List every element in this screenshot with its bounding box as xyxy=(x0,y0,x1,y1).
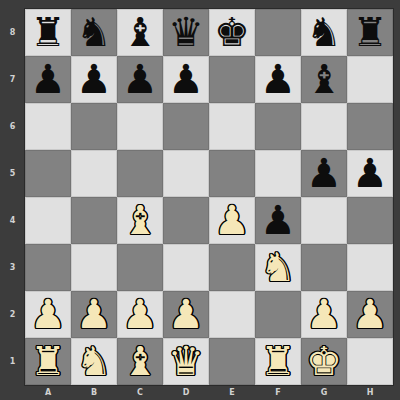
square-g5[interactable]: ♟ xyxy=(301,150,347,197)
square-d4[interactable] xyxy=(163,197,209,244)
white-pawn[interactable]: ♟ xyxy=(168,294,204,334)
square-e5[interactable] xyxy=(209,150,255,197)
black-pawn[interactable]: ♟ xyxy=(260,200,296,240)
square-a3[interactable] xyxy=(25,244,71,291)
square-f4[interactable]: ♟ xyxy=(255,197,301,244)
square-h4[interactable] xyxy=(347,197,393,244)
square-c2[interactable]: ♟ xyxy=(117,291,163,338)
square-g8[interactable]: ♞ xyxy=(301,9,347,56)
black-pawn[interactable]: ♟ xyxy=(76,59,112,99)
square-b2[interactable]: ♟ xyxy=(71,291,117,338)
black-pawn[interactable]: ♟ xyxy=(30,59,66,99)
rank-label-3: 3 xyxy=(0,244,25,291)
square-e3[interactable] xyxy=(209,244,255,291)
file-label-d: D xyxy=(163,385,209,400)
white-knight[interactable]: ♞ xyxy=(76,341,112,381)
black-king[interactable]: ♚ xyxy=(214,12,250,52)
rank-label-4: 4 xyxy=(0,197,25,244)
file-labels: ABCDEFGH xyxy=(25,385,393,400)
black-queen[interactable]: ♛ xyxy=(168,12,204,52)
rank-labels: 87654321 xyxy=(0,9,25,385)
square-g1[interactable]: ♚ xyxy=(301,338,347,385)
file-label-f: F xyxy=(255,385,301,400)
square-a7[interactable]: ♟ xyxy=(25,56,71,103)
square-d6[interactable] xyxy=(163,103,209,150)
square-b6[interactable] xyxy=(71,103,117,150)
square-h2[interactable]: ♟ xyxy=(347,291,393,338)
white-rook[interactable]: ♜ xyxy=(30,341,66,381)
white-pawn[interactable]: ♟ xyxy=(122,294,158,334)
black-rook[interactable]: ♜ xyxy=(352,12,388,52)
square-h8[interactable]: ♜ xyxy=(347,9,393,56)
file-label-h: H xyxy=(347,385,393,400)
square-c6[interactable] xyxy=(117,103,163,150)
white-pawn[interactable]: ♟ xyxy=(76,294,112,334)
square-e1[interactable] xyxy=(209,338,255,385)
square-c5[interactable] xyxy=(117,150,163,197)
white-bishop[interactable]: ♝ xyxy=(122,341,158,381)
square-d7[interactable]: ♟ xyxy=(163,56,209,103)
square-b4[interactable] xyxy=(71,197,117,244)
white-pawn[interactable]: ♟ xyxy=(214,200,250,240)
black-bishop[interactable]: ♝ xyxy=(306,59,342,99)
black-pawn[interactable]: ♟ xyxy=(352,153,388,193)
white-bishop[interactable]: ♝ xyxy=(122,200,158,240)
square-c3[interactable] xyxy=(117,244,163,291)
file-label-c: C xyxy=(117,385,163,400)
black-pawn[interactable]: ♟ xyxy=(306,153,342,193)
square-g2[interactable]: ♟ xyxy=(301,291,347,338)
square-h7[interactable] xyxy=(347,56,393,103)
square-f3[interactable]: ♞ xyxy=(255,244,301,291)
white-king[interactable]: ♚ xyxy=(306,341,342,381)
rank-label-6: 6 xyxy=(0,103,25,150)
square-h6[interactable] xyxy=(347,103,393,150)
square-a8[interactable]: ♜ xyxy=(25,9,71,56)
square-h1[interactable] xyxy=(347,338,393,385)
square-h3[interactable] xyxy=(347,244,393,291)
black-rook[interactable]: ♜ xyxy=(30,12,66,52)
white-pawn[interactable]: ♟ xyxy=(30,294,66,334)
square-a4[interactable] xyxy=(25,197,71,244)
square-a6[interactable] xyxy=(25,103,71,150)
file-label-g: G xyxy=(301,385,347,400)
white-knight[interactable]: ♞ xyxy=(260,247,296,287)
rank-label-2: 2 xyxy=(0,291,25,338)
square-e6[interactable] xyxy=(209,103,255,150)
square-a2[interactable]: ♟ xyxy=(25,291,71,338)
white-pawn[interactable]: ♟ xyxy=(352,294,388,334)
rank-label-5: 5 xyxy=(0,150,25,197)
square-f7[interactable]: ♟ xyxy=(255,56,301,103)
square-g3[interactable] xyxy=(301,244,347,291)
square-f2[interactable] xyxy=(255,291,301,338)
square-g6[interactable] xyxy=(301,103,347,150)
square-d2[interactable]: ♟ xyxy=(163,291,209,338)
black-knight[interactable]: ♞ xyxy=(306,12,342,52)
white-pawn[interactable]: ♟ xyxy=(306,294,342,334)
rank-label-1: 1 xyxy=(0,338,25,385)
square-e2[interactable] xyxy=(209,291,255,338)
file-label-b: B xyxy=(71,385,117,400)
square-c4[interactable]: ♝ xyxy=(117,197,163,244)
board-frame: 87654321 ♜♞♝♛♚♞♜♟♟♟♟♟♝♟♟♝♟♟♞♟♟♟♟♟♟♜♞♝♛♜♚… xyxy=(0,0,400,400)
square-d3[interactable] xyxy=(163,244,209,291)
black-bishop[interactable]: ♝ xyxy=(122,12,158,52)
rank-label-7: 7 xyxy=(0,56,25,103)
square-g7[interactable]: ♝ xyxy=(301,56,347,103)
white-queen[interactable]: ♛ xyxy=(168,341,204,381)
square-b8[interactable]: ♞ xyxy=(71,9,117,56)
square-a5[interactable] xyxy=(25,150,71,197)
chess-board[interactable]: ♜♞♝♛♚♞♜♟♟♟♟♟♝♟♟♝♟♟♞♟♟♟♟♟♟♜♞♝♛♜♚ xyxy=(25,9,393,385)
square-f8[interactable] xyxy=(255,9,301,56)
square-e4[interactable]: ♟ xyxy=(209,197,255,244)
square-d5[interactable] xyxy=(163,150,209,197)
black-pawn[interactable]: ♟ xyxy=(122,59,158,99)
file-label-a: A xyxy=(25,385,71,400)
square-e8[interactable]: ♚ xyxy=(209,9,255,56)
white-rook[interactable]: ♜ xyxy=(260,341,296,381)
square-f6[interactable] xyxy=(255,103,301,150)
square-d1[interactable]: ♛ xyxy=(163,338,209,385)
rank-label-8: 8 xyxy=(0,9,25,56)
square-f5[interactable] xyxy=(255,150,301,197)
square-d8[interactable]: ♛ xyxy=(163,9,209,56)
square-b7[interactable]: ♟ xyxy=(71,56,117,103)
square-f1[interactable]: ♜ xyxy=(255,338,301,385)
square-b3[interactable] xyxy=(71,244,117,291)
square-c1[interactable]: ♝ xyxy=(117,338,163,385)
file-label-e: E xyxy=(209,385,255,400)
black-knight[interactable]: ♞ xyxy=(76,12,112,52)
square-g4[interactable] xyxy=(301,197,347,244)
square-c8[interactable]: ♝ xyxy=(117,9,163,56)
black-pawn[interactable]: ♟ xyxy=(260,59,296,99)
square-a1[interactable]: ♜ xyxy=(25,338,71,385)
square-b1[interactable]: ♞ xyxy=(71,338,117,385)
square-e7[interactable] xyxy=(209,56,255,103)
square-b5[interactable] xyxy=(71,150,117,197)
black-pawn[interactable]: ♟ xyxy=(168,59,204,99)
square-c7[interactable]: ♟ xyxy=(117,56,163,103)
square-h5[interactable]: ♟ xyxy=(347,150,393,197)
